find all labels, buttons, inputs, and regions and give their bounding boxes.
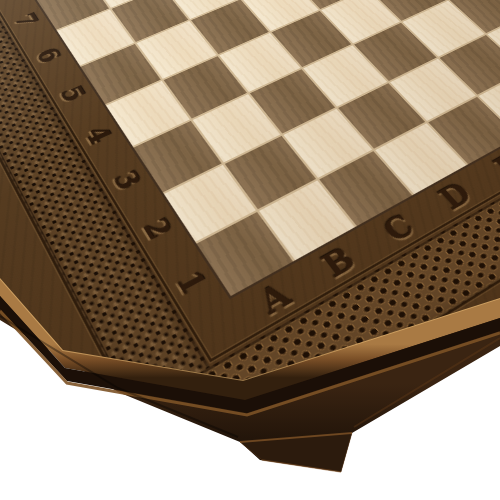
rank-label-2: 2 bbox=[138, 214, 177, 245]
rank-label-3: 3 bbox=[108, 166, 145, 194]
rank-label-1: 1 bbox=[171, 266, 212, 299]
rank-label-4: 4 bbox=[81, 122, 117, 148]
file-label-a: A bbox=[254, 279, 296, 319]
file-label-d: D bbox=[434, 179, 476, 214]
file-label-b: B bbox=[317, 243, 360, 282]
rank-label-6: 6 bbox=[32, 45, 65, 67]
photo-stage: 87654321 ABCDEFGH bbox=[0, 0, 500, 500]
file-label-e: E bbox=[489, 150, 500, 181]
file-label-c: C bbox=[378, 210, 419, 246]
rank-label-5: 5 bbox=[55, 82, 89, 106]
rank-label-cell-8: 8 bbox=[0, 0, 32, 10]
rank-label-7: 7 bbox=[10, 10, 42, 30]
